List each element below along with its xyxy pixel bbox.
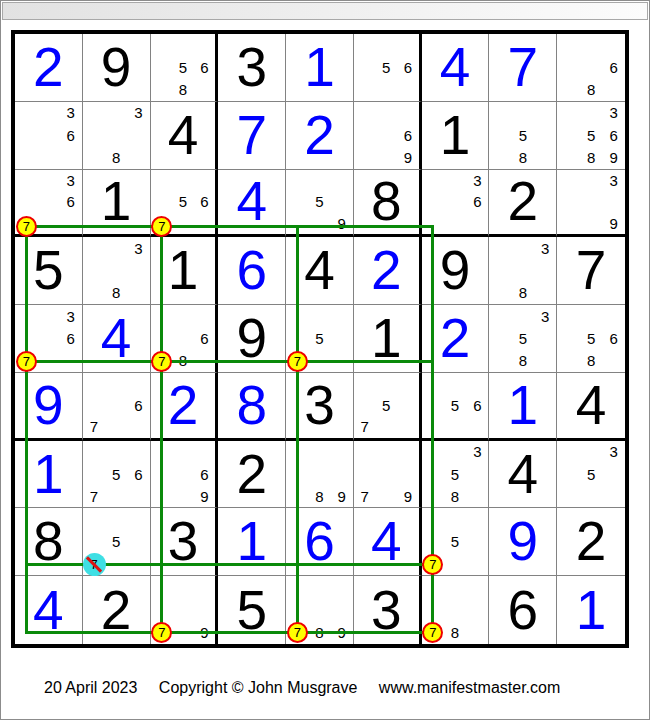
candidate-empty (422, 191, 444, 213)
cell-r8c6[interactable]: 4 (354, 508, 422, 576)
cell-r1c4[interactable]: 3 (218, 34, 286, 102)
candidate-empty (422, 508, 444, 530)
cell-r8c3[interactable]: 3 (151, 508, 219, 576)
candidate-empty (354, 146, 376, 168)
candidate-empty (580, 56, 603, 78)
candidate-empty (534, 102, 556, 124)
cell-value: 7 (489, 34, 556, 101)
cell-value: 4 (15, 576, 82, 644)
candidate-empty (37, 102, 59, 124)
cell-value: 1 (15, 441, 82, 508)
cell-r8c7[interactable]: 5 (422, 508, 490, 576)
cell-r3c1[interactable]: 36 (15, 170, 83, 238)
candidate-empty (580, 441, 603, 463)
candidate-3: 3 (602, 102, 625, 124)
candidate-empty (105, 373, 127, 395)
cell-r3c6[interactable]: 8 (354, 170, 422, 238)
candidate-empty (127, 485, 149, 507)
candidate-3: 3 (60, 305, 82, 327)
cell-r6c9[interactable]: 4 (557, 373, 625, 441)
candidate-empty (308, 350, 330, 372)
candidate-8: 8 (512, 282, 534, 304)
cell-value: 2 (557, 508, 625, 575)
candidate-8: 8 (105, 282, 127, 304)
candidate-8: 8 (512, 146, 534, 168)
cell-value: 1 (151, 237, 216, 304)
candidate-empty (194, 79, 216, 101)
candidate-empty (286, 327, 308, 349)
candidate-empty (83, 124, 105, 146)
cell-r5c1[interactable]: 36 (15, 305, 83, 373)
candidate-grid: 68 (557, 34, 625, 101)
cell-r8c2[interactable]: 5 (83, 508, 151, 576)
candidate-empty (557, 350, 580, 372)
candidate-empty (105, 553, 127, 575)
cell-r3c8[interactable]: 2 (489, 170, 557, 238)
candidate-3: 3 (534, 305, 556, 327)
cell-r1c2[interactable]: 9 (83, 34, 151, 102)
candidate-empty (308, 463, 330, 485)
cell-r6c2[interactable]: 67 (83, 373, 151, 441)
candidate-5: 5 (375, 394, 397, 416)
candidate-empty (194, 213, 216, 235)
cell-r4c4[interactable]: 6 (218, 237, 286, 305)
candidate-empty (397, 394, 419, 416)
candidate-empty (83, 508, 105, 530)
cell-r5c4[interactable]: 9 (218, 305, 286, 373)
candidate-empty (331, 305, 353, 327)
candidate-6: 6 (194, 463, 216, 485)
candidate-empty (557, 102, 580, 124)
cell-value: 9 (422, 237, 489, 304)
cell-r9c9[interactable]: 1 (557, 576, 625, 644)
cell-r8c4[interactable]: 1 (218, 508, 286, 576)
candidate-empty (444, 553, 466, 575)
candidate-empty (127, 553, 149, 575)
candidate-empty (466, 463, 488, 485)
candidate-empty (308, 170, 330, 192)
candidate-empty (444, 599, 466, 622)
cell-value: 8 (354, 170, 419, 235)
cell-r7c7[interactable]: 358 (422, 441, 490, 509)
cell-r4c9[interactable]: 7 (557, 237, 625, 305)
candidate-grid: 38 (83, 102, 150, 169)
candidate-empty (127, 260, 149, 282)
cell-r4c2[interactable]: 38 (83, 237, 151, 305)
candidate-empty (375, 124, 397, 146)
candidate-empty (15, 327, 37, 349)
candidate-empty (397, 79, 419, 101)
candidate-empty (286, 621, 308, 644)
candidate-empty (83, 463, 105, 485)
candidate-empty (422, 531, 444, 553)
candidate-empty (602, 34, 625, 56)
candidate-empty (308, 576, 330, 599)
candidate-empty (397, 34, 419, 56)
candidate-empty (444, 416, 466, 438)
candidate-8: 8 (105, 146, 127, 168)
cell-value: 5 (15, 237, 82, 304)
candidate-empty (308, 213, 330, 235)
candidate-6: 6 (602, 327, 625, 349)
candidate-6: 6 (602, 56, 625, 78)
candidate-empty (557, 34, 580, 56)
candidate-empty (466, 485, 488, 507)
candidate-empty (557, 146, 580, 168)
cell-value: 2 (422, 305, 489, 372)
candidate-6: 6 (60, 124, 82, 146)
candidate-empty (534, 327, 556, 349)
candidate-empty (602, 191, 625, 213)
cell-r2c8[interactable]: 58 (489, 102, 557, 170)
candidate-empty (127, 508, 149, 530)
cell-r7c5[interactable]: 89 (286, 441, 354, 509)
sudoku-board: 2956831564768363847269158356893615645983… (11, 30, 629, 648)
candidate-empty (331, 441, 353, 463)
candidate-empty (105, 416, 127, 438)
candidate-8: 8 (512, 350, 534, 372)
candidate-empty (397, 102, 419, 124)
cell-r4c7[interactable]: 9 (422, 237, 490, 305)
candidate-empty (602, 79, 625, 101)
candidate-empty (557, 191, 580, 213)
candidate-empty (375, 146, 397, 168)
cell-r4c6[interactable]: 2 (354, 237, 422, 305)
candidate-empty (15, 170, 37, 192)
cell-r8c9[interactable]: 2 (557, 508, 625, 576)
cell-r2c9[interactable]: 35689 (557, 102, 625, 170)
cell-value: 4 (422, 34, 489, 101)
cell-r7c3[interactable]: 69 (151, 441, 219, 509)
cell-r2c6[interactable]: 69 (354, 102, 422, 170)
candidate-5: 5 (172, 56, 194, 78)
cell-r8c5[interactable]: 6 (286, 508, 354, 576)
cell-value: 1 (489, 373, 556, 438)
candidate-grid: 568 (557, 305, 625, 372)
cell-r9c6[interactable]: 3 (354, 576, 422, 644)
cell-r9c4[interactable]: 5 (218, 576, 286, 644)
candidate-grid: 57 (354, 373, 419, 438)
candidate-empty (512, 102, 534, 124)
candidate-empty (331, 191, 353, 213)
cell-r1c6[interactable]: 56 (354, 34, 422, 102)
cell-r7c9[interactable]: 35 (557, 441, 625, 509)
candidate-empty (172, 576, 194, 599)
candidate-8: 8 (580, 79, 603, 101)
cell-r2c1[interactable]: 36 (15, 102, 83, 170)
candidate-5: 5 (580, 463, 603, 485)
cell-value: 5 (218, 576, 285, 644)
candidate-empty (466, 373, 488, 395)
candidate-empty (602, 485, 625, 507)
candidate-empty (466, 213, 488, 235)
cell-value: 7 (218, 102, 285, 169)
candidate-grid: 68 (151, 305, 216, 372)
candidate-empty (37, 191, 59, 213)
cell-r9c7[interactable]: 8 (422, 576, 490, 644)
cell-r6c7[interactable]: 56 (422, 373, 490, 441)
cell-value: 8 (218, 373, 285, 438)
candidate-5: 5 (444, 463, 466, 485)
cell-value: 2 (151, 373, 216, 438)
candidate-grid: 69 (151, 441, 216, 508)
candidate-8: 8 (308, 485, 330, 507)
cell-value: 8 (15, 508, 82, 575)
candidate-5: 5 (512, 327, 534, 349)
candidate-empty (354, 441, 376, 463)
page: 2956831564768363847269158356893615645983… (0, 0, 650, 720)
candidate-empty (127, 282, 149, 304)
candidate-grid: 36 (15, 305, 82, 372)
candidate-8: 8 (444, 485, 466, 507)
candidate-empty (172, 599, 194, 622)
cell-r1c8[interactable]: 7 (489, 34, 557, 102)
candidate-empty (466, 621, 488, 644)
candidate-5: 5 (580, 327, 603, 349)
candidate-empty (151, 56, 173, 78)
candidate-5: 5 (105, 531, 127, 553)
candidate-grid: 79 (354, 441, 419, 508)
candidate-empty (375, 441, 397, 463)
candidate-empty (580, 213, 603, 235)
cell-r9c2[interactable]: 2 (83, 576, 151, 644)
cell-r6c3[interactable]: 2 (151, 373, 219, 441)
candidate-empty (83, 531, 105, 553)
candidate-empty (466, 531, 488, 553)
cell-r6c5[interactable]: 3 (286, 373, 354, 441)
candidate-5: 5 (308, 191, 330, 213)
candidate-empty (37, 124, 59, 146)
candidate-empty (308, 599, 330, 622)
candidate-empty (397, 441, 419, 463)
candidate-empty (354, 34, 376, 56)
candidate-empty (375, 102, 397, 124)
candidate-empty (172, 441, 194, 463)
candidate-3: 3 (602, 170, 625, 192)
candidate-grid: 56 (151, 170, 216, 235)
cell-r6c4[interactable]: 8 (218, 373, 286, 441)
candidate-6: 6 (194, 327, 216, 349)
candidate-5: 5 (308, 327, 330, 349)
candidate-empty (286, 305, 308, 327)
cell-r5c8[interactable]: 358 (489, 305, 557, 373)
candidate-empty (105, 102, 127, 124)
candidate-3: 3 (466, 170, 488, 192)
cell-r3c4[interactable]: 4 (218, 170, 286, 238)
candidate-empty (151, 621, 173, 644)
candidate-grid: 58 (489, 102, 556, 169)
cell-r9c1[interactable]: 4 (15, 576, 83, 644)
candidate-empty (557, 327, 580, 349)
candidate-empty (37, 170, 59, 192)
cell-value: 9 (15, 373, 82, 438)
candidate-empty (127, 124, 149, 146)
cell-r7c8[interactable]: 4 (489, 441, 557, 509)
candidate-empty (580, 102, 603, 124)
cell-r1c7[interactable]: 4 (422, 34, 490, 102)
candidate-empty (375, 79, 397, 101)
candidate-empty (83, 282, 105, 304)
candidate-empty (83, 373, 105, 395)
candidate-9: 9 (194, 485, 216, 507)
candidate-empty (580, 191, 603, 213)
candidate-empty (308, 441, 330, 463)
candidate-empty (422, 213, 444, 235)
candidate-empty (308, 305, 330, 327)
cell-r5c5[interactable]: 5 (286, 305, 354, 373)
candidate-grid: 8 (422, 576, 489, 644)
cell-r8c1[interactable]: 8 (15, 508, 83, 576)
candidate-empty (422, 416, 444, 438)
candidate-empty (83, 441, 105, 463)
cell-r1c9[interactable]: 68 (557, 34, 625, 102)
cell-r7c2[interactable]: 567 (83, 441, 151, 509)
candidate-5: 5 (105, 463, 127, 485)
candidate-empty (105, 260, 127, 282)
candidate-empty (151, 191, 173, 213)
candidate-8: 8 (444, 621, 466, 644)
candidate-grid: 39 (557, 170, 625, 235)
cell-value: 2 (83, 576, 150, 644)
cell-r7c4[interactable]: 2 (218, 441, 286, 509)
candidate-empty (444, 213, 466, 235)
candidate-empty (331, 599, 353, 622)
candidate-7: 7 (83, 485, 105, 507)
candidate-empty (354, 463, 376, 485)
candidate-8: 8 (308, 621, 330, 644)
cell-r5c6[interactable]: 1 (354, 305, 422, 373)
cell-r3c5[interactable]: 59 (286, 170, 354, 238)
cell-r5c3[interactable]: 68 (151, 305, 219, 373)
candidate-7: 7 (354, 416, 376, 438)
cell-r5c7[interactable]: 2 (422, 305, 490, 373)
candidate-empty (83, 102, 105, 124)
cell-r9c8[interactable]: 6 (489, 576, 557, 644)
cell-r3c2[interactable]: 1 (83, 170, 151, 238)
candidate-empty (375, 463, 397, 485)
candidate-empty (534, 282, 556, 304)
cell-r4c3[interactable]: 1 (151, 237, 219, 305)
cell-r4c5[interactable]: 4 (286, 237, 354, 305)
candidate-empty (534, 350, 556, 372)
candidate-grid: 35689 (557, 102, 625, 169)
candidate-9: 9 (194, 621, 216, 644)
candidate-empty (422, 576, 444, 599)
candidate-grid: 89 (286, 576, 353, 644)
cell-r6c1[interactable]: 9 (15, 373, 83, 441)
candidate-empty (422, 170, 444, 192)
cell-r3c9[interactable]: 39 (557, 170, 625, 238)
candidate-empty (489, 102, 511, 124)
candidate-empty (444, 441, 466, 463)
candidate-empty (557, 213, 580, 235)
candidate-empty (375, 34, 397, 56)
candidate-empty (534, 124, 556, 146)
cell-r3c7[interactable]: 36 (422, 170, 490, 238)
candidate-empty (375, 416, 397, 438)
candidate-empty (60, 350, 82, 372)
candidate-empty (489, 327, 511, 349)
candidate-empty (331, 170, 353, 192)
candidate-empty (489, 282, 511, 304)
cell-r7c1[interactable]: 1 (15, 441, 83, 509)
candidate-grid: 89 (286, 441, 353, 508)
candidate-8: 8 (580, 146, 603, 168)
candidate-6: 6 (194, 191, 216, 213)
cell-r2c5[interactable]: 2 (286, 102, 354, 170)
cell-value: 4 (557, 373, 625, 438)
cell-r6c6[interactable]: 57 (354, 373, 422, 441)
candidate-empty (466, 508, 488, 530)
cell-r1c5[interactable]: 1 (286, 34, 354, 102)
candidate-empty (151, 463, 173, 485)
footer-copyright: Copyright © John Musgrave (159, 679, 358, 696)
cell-r7c6[interactable]: 79 (354, 441, 422, 509)
candidate-empty (172, 621, 194, 644)
cell-r2c7[interactable]: 1 (422, 102, 490, 170)
cell-r8c8[interactable]: 9 (489, 508, 557, 576)
cell-value: 4 (489, 441, 556, 508)
candidate-7: 7 (83, 416, 105, 438)
cell-r2c3[interactable]: 4 (151, 102, 219, 170)
cell-r9c3[interactable]: 9 (151, 576, 219, 644)
candidate-empty (105, 394, 127, 416)
candidate-empty (83, 553, 105, 575)
candidate-empty (105, 441, 127, 463)
candidate-3: 3 (60, 102, 82, 124)
cell-r2c4[interactable]: 7 (218, 102, 286, 170)
cell-value: 7 (557, 237, 625, 304)
candidate-grid: 568 (151, 34, 216, 101)
candidate-empty (557, 56, 580, 78)
cell-r2c2[interactable]: 38 (83, 102, 151, 170)
candidate-empty (172, 305, 194, 327)
candidate-empty (37, 350, 59, 372)
cell-r9c5[interactable]: 89 (286, 576, 354, 644)
candidate-empty (37, 305, 59, 327)
cell-r6c8[interactable]: 1 (489, 373, 557, 441)
candidate-empty (286, 441, 308, 463)
candidate-8: 8 (172, 350, 194, 372)
candidate-empty (331, 350, 353, 372)
candidate-empty (489, 124, 511, 146)
candidate-9: 9 (602, 146, 625, 168)
candidate-empty (172, 213, 194, 235)
candidate-grid: 36 (15, 102, 82, 169)
candidate-empty (151, 485, 173, 507)
cell-value: 1 (83, 170, 150, 235)
cell-r1c3[interactable]: 568 (151, 34, 219, 102)
candidate-empty (151, 441, 173, 463)
candidate-empty (422, 441, 444, 463)
cell-r1c1[interactable]: 2 (15, 34, 83, 102)
cell-value: 1 (354, 305, 419, 372)
candidate-empty (127, 441, 149, 463)
cell-r5c2[interactable]: 4 (83, 305, 151, 373)
cell-r4c1[interactable]: 5 (15, 237, 83, 305)
cell-r5c9[interactable]: 568 (557, 305, 625, 373)
candidate-empty (105, 485, 127, 507)
candidate-empty (60, 146, 82, 168)
candidate-empty (37, 327, 59, 349)
candidate-empty (557, 485, 580, 507)
cell-r4c8[interactable]: 38 (489, 237, 557, 305)
cell-r3c3[interactable]: 56 (151, 170, 219, 238)
candidate-grid: 56 (422, 373, 489, 438)
candidate-5: 5 (172, 191, 194, 213)
candidate-empty (37, 146, 59, 168)
candidate-empty (127, 146, 149, 168)
